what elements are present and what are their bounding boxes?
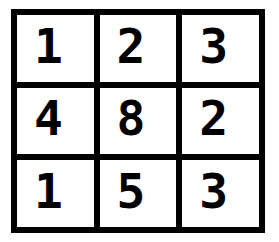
number-grid-board: 1 2 3 4 8 2 1 5 3 bbox=[11, 9, 265, 233]
cell-r2c3: 2 bbox=[182, 88, 259, 155]
cell-r1c3: 3 bbox=[182, 15, 259, 82]
cell-r3c3: 3 bbox=[182, 160, 259, 227]
cell-r1c1: 1 bbox=[17, 15, 94, 82]
cell-r3c1: 1 bbox=[17, 160, 94, 227]
cell-r3c2: 5 bbox=[100, 160, 177, 227]
cell-r2c2: 8 bbox=[100, 88, 177, 155]
cell-r1c2: 2 bbox=[100, 15, 177, 82]
cell-r2c1: 4 bbox=[17, 88, 94, 155]
